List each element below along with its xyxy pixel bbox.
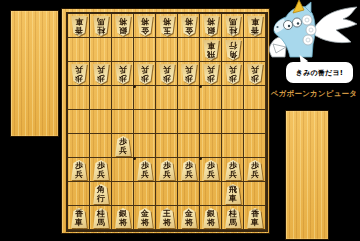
shogi-piece[interactable]: 香車 <box>246 16 264 36</box>
shogi-piece[interactable]: 歩兵 <box>180 64 198 84</box>
shogi-piece[interactable]: 歩兵 <box>158 64 176 84</box>
board-square[interactable] <box>244 182 266 206</box>
board-square[interactable] <box>156 134 178 158</box>
board-square[interactable] <box>134 110 156 134</box>
board-square[interactable] <box>200 110 222 134</box>
wing-icon <box>312 7 357 43</box>
board-square[interactable] <box>112 110 134 134</box>
shogi-piece[interactable]: 歩兵 <box>224 64 242 84</box>
board-square[interactable] <box>90 38 112 62</box>
speech-bubble: きみの番だヨ! <box>286 62 353 83</box>
shogi-piece[interactable]: 飛車 <box>224 184 242 204</box>
shogi-piece[interactable]: 歩兵 <box>246 160 264 180</box>
star-point <box>133 85 136 88</box>
shogi-piece[interactable]: 歩兵 <box>180 160 198 180</box>
shogi-piece[interactable]: 歩兵 <box>246 64 264 84</box>
board-square[interactable] <box>90 134 112 158</box>
shogi-piece[interactable]: 銀将 <box>114 16 132 36</box>
computer-name-label: ペガポーンカンピュータ <box>268 89 360 99</box>
board-square[interactable] <box>68 86 90 110</box>
shogi-piece[interactable]: 香車 <box>70 16 88 36</box>
board-square[interactable] <box>112 38 134 62</box>
star-point <box>199 85 202 88</box>
board-square[interactable] <box>244 86 266 110</box>
shogi-piece[interactable]: 飛車 <box>202 40 220 60</box>
shogi-piece[interactable]: 歩兵 <box>70 64 88 84</box>
speech-text: きみの番だヨ! <box>296 68 343 78</box>
shogi-piece[interactable]: 歩兵 <box>202 64 220 84</box>
board-square[interactable] <box>134 38 156 62</box>
sente-captured-tray[interactable] <box>285 110 329 240</box>
shogi-piece[interactable]: 歩兵 <box>114 64 132 84</box>
shogi-board: 香車桂馬銀将金将玉将金将銀将桂馬香車飛車角行歩兵歩兵歩兵歩兵歩兵歩兵歩兵歩兵歩兵… <box>61 8 270 234</box>
shogi-piece[interactable]: 歩兵 <box>92 64 110 84</box>
board-square[interactable] <box>134 86 156 110</box>
pegasus-mascot-icon <box>266 0 360 62</box>
shogi-piece[interactable]: 歩兵 <box>136 160 154 180</box>
board-square[interactable] <box>112 158 134 182</box>
gote-captured-tray[interactable] <box>10 10 59 137</box>
board-square[interactable] <box>200 134 222 158</box>
shogi-piece[interactable]: 歩兵 <box>224 160 242 180</box>
board-square[interactable] <box>244 38 266 62</box>
shogi-piece[interactable]: 銀将 <box>114 208 132 228</box>
board-square[interactable] <box>178 134 200 158</box>
board-square[interactable] <box>156 86 178 110</box>
shogi-piece[interactable]: 銀将 <box>202 16 220 36</box>
board-square[interactable] <box>178 86 200 110</box>
board-square[interactable] <box>156 38 178 62</box>
shogi-piece[interactable]: 金将 <box>180 208 198 228</box>
board-square[interactable] <box>178 182 200 206</box>
board-square[interactable] <box>244 134 266 158</box>
shogi-piece[interactable]: 金将 <box>180 16 198 36</box>
shogi-piece[interactable]: 角行 <box>224 40 242 60</box>
board-square[interactable] <box>200 182 222 206</box>
shogi-piece[interactable]: 桂馬 <box>224 208 242 228</box>
board-square[interactable] <box>134 182 156 206</box>
board-square[interactable] <box>90 110 112 134</box>
board-square[interactable] <box>178 38 200 62</box>
shogi-piece[interactable]: 歩兵 <box>158 160 176 180</box>
shogi-piece[interactable]: 銀将 <box>202 208 220 228</box>
board-square[interactable] <box>222 86 244 110</box>
board-square[interactable] <box>68 110 90 134</box>
board-square[interactable] <box>200 86 222 110</box>
board-square[interactable] <box>68 134 90 158</box>
shogi-piece[interactable]: 歩兵 <box>92 160 110 180</box>
shogi-piece[interactable]: 歩兵 <box>136 64 154 84</box>
board-grid: 香車桂馬銀将金将玉将金将銀将桂馬香車飛車角行歩兵歩兵歩兵歩兵歩兵歩兵歩兵歩兵歩兵… <box>66 12 268 232</box>
board-square[interactable] <box>68 182 90 206</box>
board-square[interactable] <box>244 110 266 134</box>
shogi-piece[interactable]: 金将 <box>136 16 154 36</box>
board-square[interactable] <box>222 110 244 134</box>
shogi-piece[interactable]: 玉将 <box>158 16 176 36</box>
board-square[interactable] <box>178 110 200 134</box>
shogi-piece[interactable]: 香車 <box>70 208 88 228</box>
glasses-icon <box>284 21 293 30</box>
board-square[interactable] <box>112 86 134 110</box>
shogi-piece[interactable]: 桂馬 <box>92 16 110 36</box>
shogi-piece[interactable]: 桂馬 <box>92 208 110 228</box>
board-square[interactable] <box>156 110 178 134</box>
game-window: 香車桂馬銀将金将玉将金将銀将桂馬香車飛車角行歩兵歩兵歩兵歩兵歩兵歩兵歩兵歩兵歩兵… <box>0 0 360 241</box>
shogi-piece[interactable]: 歩兵 <box>70 160 88 180</box>
board-square[interactable] <box>112 182 134 206</box>
shogi-piece[interactable]: 金将 <box>136 208 154 228</box>
shogi-piece[interactable]: 歩兵 <box>202 160 220 180</box>
board-square[interactable] <box>222 134 244 158</box>
board-square[interactable] <box>90 86 112 110</box>
shogi-piece[interactable]: 香車 <box>246 208 264 228</box>
shogi-piece[interactable]: 桂馬 <box>224 16 242 36</box>
shogi-piece[interactable]: 歩兵 <box>114 136 132 156</box>
shogi-piece[interactable]: 角行 <box>92 184 110 204</box>
board-square[interactable] <box>134 134 156 158</box>
board-square[interactable] <box>68 38 90 62</box>
shogi-piece[interactable]: 王将 <box>158 208 176 228</box>
board-square[interactable] <box>156 182 178 206</box>
